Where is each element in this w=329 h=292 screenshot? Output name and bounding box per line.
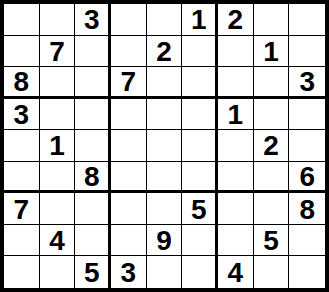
- cell-r1c4[interactable]: [111, 4, 147, 36]
- given-digit: 8: [14, 68, 30, 96]
- cell-r3c8[interactable]: [254, 67, 290, 99]
- given-digit: 3: [14, 101, 30, 129]
- cell-r3c4[interactable]: 7: [111, 67, 147, 99]
- given-digit: 8: [84, 163, 100, 191]
- cell-r9c6[interactable]: [182, 256, 218, 288]
- cell-r3c1[interactable]: 8: [4, 67, 40, 99]
- given-digit: 4: [49, 227, 65, 255]
- cell-r4c2[interactable]: [40, 99, 76, 131]
- given-digit: 8: [299, 196, 315, 224]
- given-digit: 5: [263, 227, 279, 255]
- cell-r9c4[interactable]: 3: [111, 256, 147, 288]
- given-digit: 7: [14, 196, 30, 224]
- cell-r8c5[interactable]: 9: [147, 225, 183, 257]
- cell-r8c4[interactable]: [111, 225, 147, 257]
- cell-r9c8[interactable]: [254, 256, 290, 288]
- cell-r9c9[interactable]: [289, 256, 325, 288]
- cell-r5c2[interactable]: 1: [40, 130, 76, 162]
- cell-r9c7[interactable]: 4: [218, 256, 254, 288]
- cell-r1c8[interactable]: [254, 4, 290, 36]
- cell-r3c7[interactable]: [218, 67, 254, 99]
- cell-r9c3[interactable]: 5: [75, 256, 111, 288]
- cell-r4c6[interactable]: [182, 99, 218, 131]
- cell-r7c2[interactable]: [40, 193, 76, 225]
- cell-r8c7[interactable]: [218, 225, 254, 257]
- cell-r5c7[interactable]: [218, 130, 254, 162]
- cell-r9c5[interactable]: [147, 256, 183, 288]
- cell-r6c7[interactable]: [218, 162, 254, 194]
- cell-r5c3[interactable]: [75, 130, 111, 162]
- cell-r1c5[interactable]: [147, 4, 183, 36]
- given-digit: 6: [299, 163, 315, 191]
- cell-r6c3[interactable]: 8: [75, 162, 111, 194]
- given-digit: 7: [49, 38, 65, 66]
- cell-r6c4[interactable]: [111, 162, 147, 194]
- given-digit: 2: [228, 6, 244, 34]
- cell-r6c6[interactable]: [182, 162, 218, 194]
- cell-r2c1[interactable]: [4, 36, 40, 68]
- cell-r8c9[interactable]: [289, 225, 325, 257]
- cell-r5c6[interactable]: [182, 130, 218, 162]
- cell-r6c9[interactable]: 6: [289, 162, 325, 194]
- cell-r8c1[interactable]: [4, 225, 40, 257]
- cell-r7c5[interactable]: [147, 193, 183, 225]
- cell-r2c2[interactable]: 7: [40, 36, 76, 68]
- cell-r2c8[interactable]: 1: [254, 36, 290, 68]
- cell-r2c3[interactable]: [75, 36, 111, 68]
- cell-r3c3[interactable]: [75, 67, 111, 99]
- cell-r7c8[interactable]: [254, 193, 290, 225]
- cell-r2c5[interactable]: 2: [147, 36, 183, 68]
- cell-r7c4[interactable]: [111, 193, 147, 225]
- cell-r4c3[interactable]: [75, 99, 111, 131]
- given-digit: 2: [263, 132, 279, 160]
- given-digit: 3: [84, 6, 100, 34]
- cell-r1c6[interactable]: 1: [182, 4, 218, 36]
- cell-r4c1[interactable]: 3: [4, 99, 40, 131]
- cell-r7c9[interactable]: 8: [289, 193, 325, 225]
- cell-r5c8[interactable]: 2: [254, 130, 290, 162]
- cell-r8c3[interactable]: [75, 225, 111, 257]
- cell-r1c1[interactable]: [4, 4, 40, 36]
- given-digit: 1: [191, 6, 207, 34]
- cell-r4c5[interactable]: [147, 99, 183, 131]
- cell-r6c5[interactable]: [147, 162, 183, 194]
- cell-r4c7[interactable]: 1: [218, 99, 254, 131]
- sudoku-board: 312721873311286758495534: [0, 0, 329, 292]
- given-digit: 4: [228, 259, 244, 287]
- cell-r1c9[interactable]: [289, 4, 325, 36]
- cell-r1c7[interactable]: 2: [218, 4, 254, 36]
- given-digit: 7: [121, 68, 137, 96]
- given-digit: 9: [156, 227, 172, 255]
- given-digit: 5: [84, 259, 100, 287]
- cell-r1c2[interactable]: [40, 4, 76, 36]
- given-digit: 3: [121, 259, 137, 287]
- cell-r2c4[interactable]: [111, 36, 147, 68]
- cell-r7c6[interactable]: 5: [182, 193, 218, 225]
- cell-r2c6[interactable]: [182, 36, 218, 68]
- cell-r7c7[interactable]: [218, 193, 254, 225]
- cell-r4c4[interactable]: [111, 99, 147, 131]
- cell-r1c3[interactable]: 3: [75, 4, 111, 36]
- given-digit: 1: [49, 132, 65, 160]
- cell-r3c9[interactable]: 3: [289, 67, 325, 99]
- given-digit: 5: [191, 196, 207, 224]
- cell-r5c5[interactable]: [147, 130, 183, 162]
- cell-r8c8[interactable]: 5: [254, 225, 290, 257]
- cell-r9c2[interactable]: [40, 256, 76, 288]
- cell-r6c1[interactable]: [4, 162, 40, 194]
- cell-r8c6[interactable]: [182, 225, 218, 257]
- cell-r6c2[interactable]: [40, 162, 76, 194]
- cell-r3c2[interactable]: [40, 67, 76, 99]
- given-digit: 3: [299, 68, 315, 96]
- cell-r6c8[interactable]: [254, 162, 290, 194]
- cell-r5c1[interactable]: [4, 130, 40, 162]
- cell-r5c4[interactable]: [111, 130, 147, 162]
- cell-r5c9[interactable]: [289, 130, 325, 162]
- cell-r4c9[interactable]: [289, 99, 325, 131]
- cell-r9c1[interactable]: [4, 256, 40, 288]
- cell-r8c2[interactable]: 4: [40, 225, 76, 257]
- cell-r7c3[interactable]: [75, 193, 111, 225]
- cell-r2c7[interactable]: [218, 36, 254, 68]
- given-digit: 1: [263, 38, 279, 66]
- given-digit: 2: [156, 38, 172, 66]
- given-digit: 1: [228, 101, 244, 129]
- cell-r3c5[interactable]: [147, 67, 183, 99]
- cell-r4c8[interactable]: [254, 99, 290, 131]
- cell-r2c9[interactable]: [289, 36, 325, 68]
- cell-r7c1[interactable]: 7: [4, 193, 40, 225]
- cell-r3c6[interactable]: [182, 67, 218, 99]
